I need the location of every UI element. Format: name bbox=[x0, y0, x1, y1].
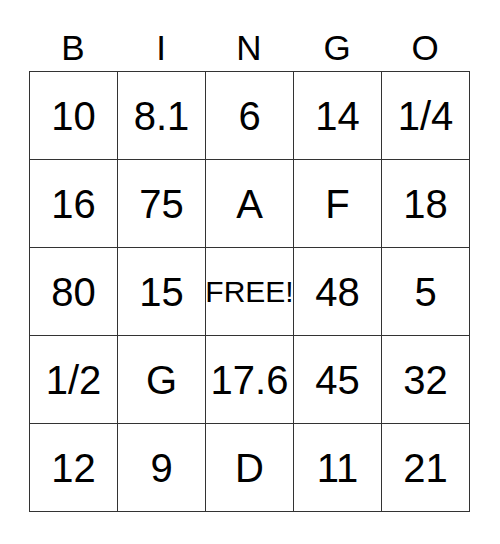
cell-r2c1[interactable]: 16 bbox=[30, 160, 118, 248]
cell-r5c2[interactable]: 9 bbox=[118, 424, 206, 512]
cell-r1c2[interactable]: 8.1 bbox=[118, 72, 206, 160]
cell-r3c4[interactable]: 48 bbox=[294, 248, 382, 336]
cell-r2c3[interactable]: A bbox=[206, 160, 294, 248]
cell-r4c3[interactable]: 17.6 bbox=[206, 336, 294, 424]
cell-r1c4[interactable]: 14 bbox=[294, 72, 382, 160]
cell-r1c5[interactable]: 1/4 bbox=[382, 72, 470, 160]
cell-r4c2[interactable]: G bbox=[118, 336, 206, 424]
free-cell[interactable]: FREE! bbox=[206, 248, 294, 336]
header-letter-o: O bbox=[381, 30, 469, 71]
cell-r1c3[interactable]: 6 bbox=[206, 72, 294, 160]
header-letter-n: N bbox=[205, 30, 293, 71]
cell-r4c4[interactable]: 45 bbox=[294, 336, 382, 424]
cell-r3c1[interactable]: 80 bbox=[30, 248, 118, 336]
cell-r4c1[interactable]: 1/2 bbox=[30, 336, 118, 424]
cell-r2c4[interactable]: F bbox=[294, 160, 382, 248]
cell-r3c2[interactable]: 15 bbox=[118, 248, 206, 336]
bingo-header: B I N G O bbox=[29, 0, 500, 71]
bingo-card: B I N G O 108.16141/41675AF188015FREE!48… bbox=[0, 0, 500, 512]
cell-r1c1[interactable]: 10 bbox=[30, 72, 118, 160]
cell-r5c3[interactable]: D bbox=[206, 424, 294, 512]
header-letter-g: G bbox=[293, 30, 381, 71]
header-letter-i: I bbox=[117, 30, 205, 71]
cell-r5c4[interactable]: 11 bbox=[294, 424, 382, 512]
cell-r4c5[interactable]: 32 bbox=[382, 336, 470, 424]
header-letter-b: B bbox=[29, 30, 117, 71]
cell-r2c2[interactable]: 75 bbox=[118, 160, 206, 248]
bingo-board: 108.16141/41675AF188015FREE!4851/2G17.64… bbox=[29, 71, 470, 512]
cell-r3c5[interactable]: 5 bbox=[382, 248, 470, 336]
cell-r5c1[interactable]: 12 bbox=[30, 424, 118, 512]
cell-r5c5[interactable]: 21 bbox=[382, 424, 470, 512]
cell-r2c5[interactable]: 18 bbox=[382, 160, 470, 248]
